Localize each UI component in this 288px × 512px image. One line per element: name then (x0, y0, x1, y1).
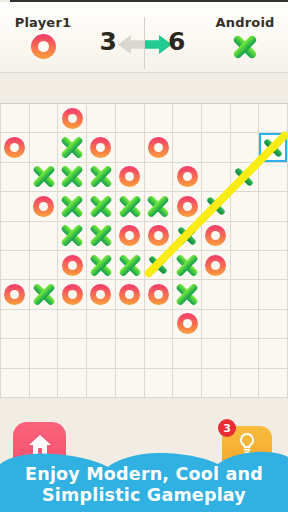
status-bar-strip (10, 0, 288, 2)
cell-r9c8[interactable] (231, 369, 260, 398)
cell-r5c4[interactable] (116, 251, 145, 280)
piece-x (118, 194, 142, 218)
cell-r9c4[interactable] (116, 369, 145, 398)
cell-r9c5[interactable] (145, 369, 174, 398)
app-screen: Player1 3 6 Android Hint 3 Enjoy Modern,… (0, 0, 288, 512)
cell-r4c3[interactable] (87, 222, 116, 251)
piece-o (119, 225, 140, 246)
cell-r3c0[interactable] (1, 192, 30, 221)
piece-o (205, 255, 226, 276)
cell-r3c4[interactable] (116, 192, 145, 221)
piece-o (33, 196, 54, 217)
piece-o (4, 284, 25, 305)
player1-block: Player1 (4, 15, 82, 63)
cell-r4c8[interactable] (231, 222, 260, 251)
piece-x (60, 194, 84, 218)
board (0, 103, 288, 398)
cell-r3c2[interactable] (58, 192, 87, 221)
cell-r1c6[interactable] (173, 133, 202, 162)
cell-r6c1[interactable] (30, 280, 59, 309)
cell-r8c1[interactable] (30, 339, 59, 368)
piece-x (60, 224, 84, 248)
cell-r7c2[interactable] (58, 310, 87, 339)
cell-r8c7[interactable] (202, 339, 231, 368)
piece-x (118, 253, 142, 277)
cell-r9c0[interactable] (1, 369, 30, 398)
hint-badge: 3 (218, 419, 236, 437)
cell-r1c5[interactable] (145, 133, 174, 162)
banner-text: Enjoy Modern, Cool and Simplistic Gamepl… (0, 464, 288, 506)
cell-r9c2[interactable] (58, 369, 87, 398)
piece-o (62, 284, 83, 305)
banner-line2: Simplistic Gameplay (0, 485, 288, 506)
player2-block: Android (206, 15, 284, 64)
piece-x (175, 253, 199, 277)
cell-r5c9[interactable] (259, 251, 288, 280)
piece-o (148, 284, 169, 305)
cell-r2c0[interactable] (1, 163, 30, 192)
cell-r7c6[interactable] (173, 310, 202, 339)
player2-score: 6 (168, 28, 190, 56)
cell-r7c5[interactable] (145, 310, 174, 339)
cell-r3c5[interactable] (145, 192, 174, 221)
cell-r8c6[interactable] (173, 339, 202, 368)
cell-r5c3[interactable] (87, 251, 116, 280)
cell-r4c9[interactable] (259, 222, 288, 251)
cell-r2c2[interactable] (58, 163, 87, 192)
piece-x (60, 165, 84, 189)
player2-x-icon (232, 34, 258, 60)
cell-r9c6[interactable] (173, 369, 202, 398)
piece-x (32, 165, 56, 189)
player1-score: 3 (95, 28, 117, 56)
piece-o (177, 313, 198, 334)
piece-o (177, 166, 198, 187)
cell-r5c6[interactable] (173, 251, 202, 280)
cell-r9c7[interactable] (202, 369, 231, 398)
cell-r4c2[interactable] (58, 222, 87, 251)
cell-r4c4[interactable] (116, 222, 145, 251)
cell-r4c1[interactable] (30, 222, 59, 251)
piece-o (205, 225, 226, 246)
cell-r0c0[interactable] (1, 104, 30, 133)
cell-r8c9[interactable] (259, 339, 288, 368)
cell-r5c8[interactable] (231, 251, 260, 280)
cell-r2c5[interactable] (145, 163, 174, 192)
cell-r1c7[interactable] (202, 133, 231, 162)
cell-r0c5[interactable] (145, 104, 174, 133)
cell-r6c8[interactable] (231, 280, 260, 309)
piece-x (89, 194, 113, 218)
piece-o (119, 166, 140, 187)
piece-x (146, 194, 170, 218)
cell-r1c4[interactable] (116, 133, 145, 162)
piece-o (62, 108, 83, 129)
cell-r3c8[interactable] (231, 192, 260, 221)
cell-r2c6[interactable] (173, 163, 202, 192)
cell-r0c1[interactable] (30, 104, 59, 133)
piece-o (4, 137, 25, 158)
cell-r6c6[interactable] (173, 280, 202, 309)
cell-r0c8[interactable] (231, 104, 260, 133)
cell-r5c7[interactable] (202, 251, 231, 280)
cell-r4c0[interactable] (1, 222, 30, 251)
piece-x (89, 165, 113, 189)
cell-r3c9[interactable] (259, 192, 288, 221)
cell-r8c4[interactable] (116, 339, 145, 368)
cell-r6c7[interactable] (202, 280, 231, 309)
cell-r3c1[interactable] (30, 192, 59, 221)
piece-x (60, 136, 84, 160)
cell-r0c9[interactable] (259, 104, 288, 133)
cell-r8c5[interactable] (145, 339, 174, 368)
player2-name: Android (206, 15, 284, 30)
cell-r7c3[interactable] (87, 310, 116, 339)
piece-o (62, 255, 83, 276)
cell-r2c1[interactable] (30, 163, 59, 192)
piece-x (89, 224, 113, 248)
cell-r0c7[interactable] (202, 104, 231, 133)
cell-r8c0[interactable] (1, 339, 30, 368)
arrow-left-icon (118, 35, 145, 54)
cell-r2c3[interactable] (87, 163, 116, 192)
cell-r6c0[interactable] (1, 280, 30, 309)
piece-o (177, 196, 198, 217)
cell-r0c2[interactable] (58, 104, 87, 133)
piece-o (148, 137, 169, 158)
cell-r1c1[interactable] (30, 133, 59, 162)
piece-o (119, 284, 140, 305)
cell-r2c9[interactable] (259, 163, 288, 192)
cell-r1c2[interactable] (58, 133, 87, 162)
score-divider (144, 17, 145, 69)
cell-r6c4[interactable] (116, 280, 145, 309)
cell-r1c3[interactable] (87, 133, 116, 162)
cell-r0c6[interactable] (173, 104, 202, 133)
cell-r8c3[interactable] (87, 339, 116, 368)
cell-r7c9[interactable] (259, 310, 288, 339)
cell-r5c0[interactable] (1, 251, 30, 280)
cell-r4c7[interactable] (202, 222, 231, 251)
cell-r2c4[interactable] (116, 163, 145, 192)
cell-r0c4[interactable] (116, 104, 145, 133)
cell-r7c1[interactable] (30, 310, 59, 339)
cell-r5c1[interactable] (30, 251, 59, 280)
cell-r8c8[interactable] (231, 339, 260, 368)
player1-o-icon (31, 34, 56, 59)
cell-r6c2[interactable] (58, 280, 87, 309)
cell-r9c9[interactable] (259, 369, 288, 398)
banner-line1: Enjoy Modern, Cool and (0, 464, 288, 485)
cell-r7c7[interactable] (202, 310, 231, 339)
cell-r8c2[interactable] (58, 339, 87, 368)
cell-r3c3[interactable] (87, 192, 116, 221)
cell-r7c8[interactable] (231, 310, 260, 339)
piece-o (90, 284, 111, 305)
cell-r9c3[interactable] (87, 369, 116, 398)
cell-r6c5[interactable] (145, 280, 174, 309)
cell-r5c2[interactable] (58, 251, 87, 280)
cell-r6c9[interactable] (259, 280, 288, 309)
cell-r9c1[interactable] (30, 369, 59, 398)
piece-o (90, 137, 111, 158)
cell-r7c0[interactable] (1, 310, 30, 339)
piece-x (175, 283, 199, 307)
score-header: Player1 3 6 Android (0, 2, 288, 73)
cell-r7c4[interactable] (116, 310, 145, 339)
cell-r0c3[interactable] (87, 104, 116, 133)
player1-name: Player1 (4, 15, 82, 30)
cell-r1c0[interactable] (1, 133, 30, 162)
cell-r6c3[interactable] (87, 280, 116, 309)
piece-x (89, 253, 113, 277)
piece-x (32, 283, 56, 307)
piece-o (148, 225, 169, 246)
